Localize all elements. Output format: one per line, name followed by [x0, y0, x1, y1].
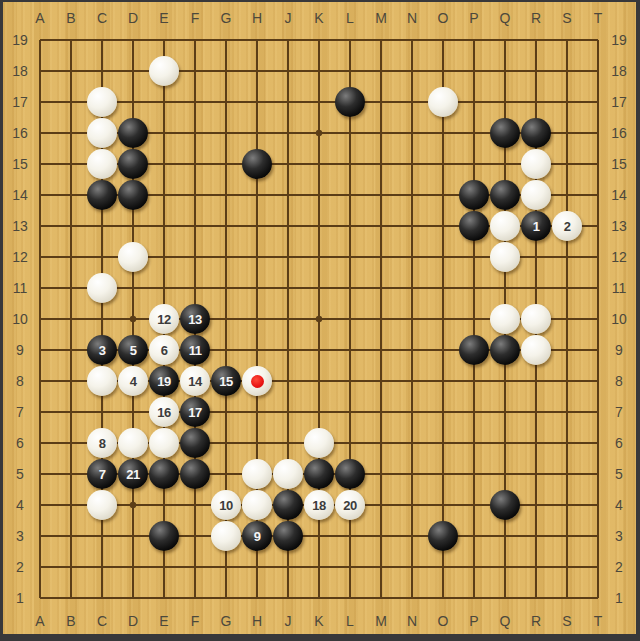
- stone[interactable]: 12: [149, 304, 179, 334]
- stone[interactable]: [242, 149, 272, 179]
- stone[interactable]: [273, 490, 303, 520]
- stone[interactable]: [304, 459, 334, 489]
- stone-move-number: 2: [564, 220, 571, 233]
- stone[interactable]: [211, 521, 241, 551]
- stone[interactable]: [149, 428, 179, 458]
- stone[interactable]: [180, 459, 210, 489]
- stone[interactable]: [490, 242, 520, 272]
- stone-move-number: 7: [99, 468, 106, 481]
- stone[interactable]: 15: [211, 366, 241, 396]
- stone[interactable]: [87, 149, 117, 179]
- stone[interactable]: [118, 149, 148, 179]
- stone[interactable]: [459, 335, 489, 365]
- stones-layer: 121213356114191415161787211018209: [25, 25, 614, 614]
- stone[interactable]: [273, 459, 303, 489]
- stone[interactable]: [459, 180, 489, 210]
- stone-move-number: 19: [157, 375, 170, 388]
- stone[interactable]: [490, 180, 520, 210]
- stone[interactable]: [87, 490, 117, 520]
- stone[interactable]: 10: [211, 490, 241, 520]
- stone[interactable]: [428, 521, 458, 551]
- stone[interactable]: [118, 428, 148, 458]
- stone[interactable]: [149, 56, 179, 86]
- stone[interactable]: [87, 87, 117, 117]
- stone[interactable]: [428, 87, 458, 117]
- stone-move-number: 17: [188, 406, 201, 419]
- stone[interactable]: [149, 459, 179, 489]
- stone-move-number: 18: [312, 499, 325, 512]
- stone-move-number: 20: [343, 499, 356, 512]
- red-dot-marker: [251, 375, 264, 388]
- stone-move-number: 4: [130, 375, 137, 388]
- stone[interactable]: [118, 118, 148, 148]
- stone[interactable]: [304, 428, 334, 458]
- stone[interactable]: 5: [118, 335, 148, 365]
- stone[interactable]: 20: [335, 490, 365, 520]
- stone-move-number: 8: [99, 437, 106, 450]
- stone[interactable]: 11: [180, 335, 210, 365]
- stone-move-number: 10: [219, 499, 232, 512]
- stone[interactable]: [521, 118, 551, 148]
- stone-move-number: 15: [219, 375, 232, 388]
- stone[interactable]: 14: [180, 366, 210, 396]
- stone[interactable]: 17: [180, 397, 210, 427]
- stone[interactable]: [490, 211, 520, 241]
- stone[interactable]: [149, 521, 179, 551]
- stone[interactable]: 6: [149, 335, 179, 365]
- stone[interactable]: 1: [521, 211, 551, 241]
- stone[interactable]: [87, 180, 117, 210]
- stone-move-number: 11: [189, 344, 202, 357]
- stone[interactable]: 21: [118, 459, 148, 489]
- stone[interactable]: [490, 490, 520, 520]
- stone[interactable]: [490, 304, 520, 334]
- stone[interactable]: 13: [180, 304, 210, 334]
- stone[interactable]: [242, 490, 272, 520]
- stone[interactable]: [87, 273, 117, 303]
- stone[interactable]: [521, 180, 551, 210]
- stone[interactable]: [273, 521, 303, 551]
- stone-move-number: 3: [99, 344, 106, 357]
- stone[interactable]: [118, 242, 148, 272]
- stone[interactable]: 4: [118, 366, 148, 396]
- stone-move-number: 21: [126, 468, 139, 481]
- stone[interactable]: [335, 459, 365, 489]
- stone[interactable]: [87, 118, 117, 148]
- stone[interactable]: [521, 304, 551, 334]
- stone-move-number: 6: [161, 344, 168, 357]
- stone-move-number: 16: [157, 406, 170, 419]
- stone[interactable]: [87, 366, 117, 396]
- stone[interactable]: [335, 87, 365, 117]
- stone-move-number: 13: [188, 313, 201, 326]
- stone[interactable]: 3: [87, 335, 117, 365]
- stone[interactable]: [521, 335, 551, 365]
- stone-move-number: 14: [188, 375, 201, 388]
- stone-move-number: 5: [130, 344, 137, 357]
- stone[interactable]: 16: [149, 397, 179, 427]
- stone[interactable]: 2: [552, 211, 582, 241]
- stone-move-number: 12: [157, 313, 170, 326]
- stone-move-number: 9: [254, 530, 261, 543]
- stone[interactable]: 19: [149, 366, 179, 396]
- go-board[interactable]: ABCDEFGHJKLMNOPQRST ABCDEFGHJKLMNOPQRST …: [0, 0, 640, 641]
- stone[interactable]: 9: [242, 521, 272, 551]
- stone[interactable]: 7: [87, 459, 117, 489]
- stone[interactable]: [180, 428, 210, 458]
- stone[interactable]: [490, 335, 520, 365]
- stone-move-number: 1: [533, 220, 540, 233]
- stone[interactable]: [521, 149, 551, 179]
- stone[interactable]: [242, 459, 272, 489]
- stone[interactable]: [459, 211, 489, 241]
- stone[interactable]: 8: [87, 428, 117, 458]
- stone-last-move[interactable]: [242, 366, 272, 396]
- stone[interactable]: 18: [304, 490, 334, 520]
- stone[interactable]: [118, 180, 148, 210]
- stone[interactable]: [490, 118, 520, 148]
